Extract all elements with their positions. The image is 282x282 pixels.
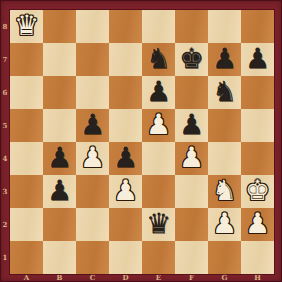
- square-d8[interactable]: [109, 10, 142, 43]
- square-d7[interactable]: [109, 43, 142, 76]
- file-label-a: A: [10, 274, 43, 282]
- square-h8[interactable]: [241, 10, 274, 43]
- square-f5[interactable]: ♟: [175, 109, 208, 142]
- square-d6[interactable]: [109, 76, 142, 109]
- square-g6[interactable]: ♞: [208, 76, 241, 109]
- square-b7[interactable]: [43, 43, 76, 76]
- square-h7[interactable]: ♟: [241, 43, 274, 76]
- rank-labels: 87654321: [0, 10, 10, 274]
- black-pawn[interactable]: ♟: [47, 142, 72, 174]
- square-f1[interactable]: [175, 241, 208, 274]
- square-d2[interactable]: [109, 208, 142, 241]
- square-c3[interactable]: [76, 175, 109, 208]
- square-c5[interactable]: ♟: [76, 109, 109, 142]
- square-e1[interactable]: [142, 241, 175, 274]
- square-c6[interactable]: [76, 76, 109, 109]
- square-c1[interactable]: [76, 241, 109, 274]
- square-g8[interactable]: [208, 10, 241, 43]
- file-label-d: D: [109, 274, 142, 282]
- black-pawn[interactable]: ♟: [80, 109, 105, 141]
- rank-label-6: 6: [0, 76, 10, 109]
- black-pawn[interactable]: ♟: [179, 109, 204, 141]
- black-knight[interactable]: ♞: [212, 76, 237, 108]
- white-pawn[interactable]: ♟: [179, 142, 204, 174]
- rank-label-4: 4: [0, 142, 10, 175]
- square-e2[interactable]: ♛: [142, 208, 175, 241]
- square-d1[interactable]: [109, 241, 142, 274]
- white-knight[interactable]: ♞: [212, 175, 237, 207]
- square-g7[interactable]: ♟: [208, 43, 241, 76]
- square-g1[interactable]: [208, 241, 241, 274]
- black-pawn[interactable]: ♟: [212, 43, 237, 75]
- square-h1[interactable]: [241, 241, 274, 274]
- square-f3[interactable]: [175, 175, 208, 208]
- white-pawn[interactable]: ♟: [146, 109, 171, 141]
- square-b3[interactable]: ♟: [43, 175, 76, 208]
- square-a7[interactable]: [10, 43, 43, 76]
- square-a5[interactable]: [10, 109, 43, 142]
- file-labels: ABCDEFGH: [10, 274, 274, 282]
- black-pawn[interactable]: ♟: [245, 43, 270, 75]
- black-knight[interactable]: ♞: [146, 43, 171, 75]
- white-queen[interactable]: ♛: [14, 10, 39, 42]
- square-a3[interactable]: [10, 175, 43, 208]
- square-d5[interactable]: [109, 109, 142, 142]
- square-c7[interactable]: [76, 43, 109, 76]
- square-d4[interactable]: ♟: [109, 142, 142, 175]
- square-f7[interactable]: ♚: [175, 43, 208, 76]
- file-label-b: B: [43, 274, 76, 282]
- square-e8[interactable]: [142, 10, 175, 43]
- square-f8[interactable]: [175, 10, 208, 43]
- rank-label-8: 8: [0, 10, 10, 43]
- file-label-e: E: [142, 274, 175, 282]
- square-h2[interactable]: ♟: [241, 208, 274, 241]
- square-f4[interactable]: ♟: [175, 142, 208, 175]
- white-king[interactable]: ♚: [245, 175, 270, 207]
- square-b4[interactable]: ♟: [43, 142, 76, 175]
- rank-label-7: 7: [0, 43, 10, 76]
- square-g2[interactable]: ♟: [208, 208, 241, 241]
- square-b2[interactable]: [43, 208, 76, 241]
- black-queen[interactable]: ♛: [146, 208, 171, 240]
- rank-label-1: 1: [0, 241, 10, 274]
- square-g4[interactable]: [208, 142, 241, 175]
- rank-label-2: 2: [0, 208, 10, 241]
- rank-label-5: 5: [0, 109, 10, 142]
- square-c4[interactable]: ♟: [76, 142, 109, 175]
- white-pawn[interactable]: ♟: [113, 175, 138, 207]
- file-label-f: F: [175, 274, 208, 282]
- square-c2[interactable]: [76, 208, 109, 241]
- square-b8[interactable]: [43, 10, 76, 43]
- chess-board-frame: 87654321 ♛♞♚♟♟♟♞♟♟♟♟♟♟♟♟♟♞♚♛♟♟ ABCDEFGH: [0, 0, 282, 282]
- square-a6[interactable]: [10, 76, 43, 109]
- square-d3[interactable]: ♟: [109, 175, 142, 208]
- rank-label-3: 3: [0, 175, 10, 208]
- square-e6[interactable]: ♟: [142, 76, 175, 109]
- black-king[interactable]: ♚: [179, 43, 204, 75]
- square-a4[interactable]: [10, 142, 43, 175]
- black-pawn[interactable]: ♟: [47, 175, 72, 207]
- square-c8[interactable]: [76, 10, 109, 43]
- square-e5[interactable]: ♟: [142, 109, 175, 142]
- square-b1[interactable]: [43, 241, 76, 274]
- square-a2[interactable]: [10, 208, 43, 241]
- square-a1[interactable]: [10, 241, 43, 274]
- square-h5[interactable]: [241, 109, 274, 142]
- white-pawn[interactable]: ♟: [212, 208, 237, 240]
- square-e7[interactable]: ♞: [142, 43, 175, 76]
- file-label-h: H: [241, 274, 274, 282]
- square-g5[interactable]: [208, 109, 241, 142]
- file-label-g: G: [208, 274, 241, 282]
- square-h6[interactable]: [241, 76, 274, 109]
- square-b5[interactable]: [43, 109, 76, 142]
- square-h4[interactable]: [241, 142, 274, 175]
- square-h3[interactable]: ♚: [241, 175, 274, 208]
- chess-board[interactable]: ♛♞♚♟♟♟♞♟♟♟♟♟♟♟♟♟♞♚♛♟♟: [10, 10, 274, 274]
- square-f2[interactable]: [175, 208, 208, 241]
- black-pawn[interactable]: ♟: [146, 76, 171, 108]
- square-g3[interactable]: ♞: [208, 175, 241, 208]
- white-pawn[interactable]: ♟: [80, 142, 105, 174]
- white-pawn[interactable]: ♟: [245, 208, 270, 240]
- square-b6[interactable]: [43, 76, 76, 109]
- file-label-c: C: [76, 274, 109, 282]
- square-e3[interactable]: [142, 175, 175, 208]
- square-e4[interactable]: [142, 142, 175, 175]
- square-a8[interactable]: ♛: [10, 10, 43, 43]
- black-pawn[interactable]: ♟: [113, 142, 138, 174]
- square-f6[interactable]: [175, 76, 208, 109]
